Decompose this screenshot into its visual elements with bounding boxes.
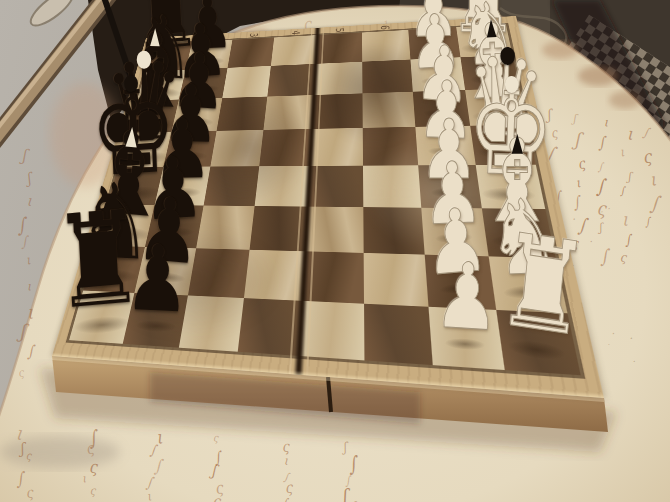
finial-black-tip-icon bbox=[512, 134, 523, 154]
pieces-layer: ♜♞♝♛♚♝♞♜♟♟♟♟♟♟♟♟♟♟♟♟♟♟♟♟♜♞♝♛♚♝♞♜ bbox=[0, 0, 670, 502]
piece-white-rook-h1[interactable]: ♜ bbox=[491, 215, 594, 356]
white-pawn-icon: ♟ bbox=[432, 249, 501, 344]
black-pawn-icon: ♟ bbox=[123, 232, 191, 326]
finial-white-tip-icon bbox=[125, 126, 137, 147]
piece-black-pawn-h7[interactable]: ♟ bbox=[123, 232, 191, 326]
scene: ∫ι∫∫∫∫∫ʃς∫ι∫ςςʃʃςι∫∫ςι∫∫∫ςʃ∫ιιʃ∫ι∫ς∫ςι∫∫… bbox=[0, 0, 670, 502]
white-rook-icon: ♜ bbox=[491, 215, 594, 356]
piece-white-pawn-h2[interactable]: ♟ bbox=[432, 249, 501, 344]
